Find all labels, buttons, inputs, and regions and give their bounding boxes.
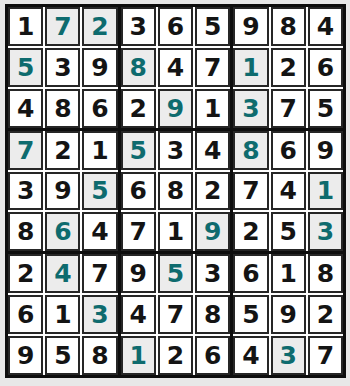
cell-r7c3[interactable]: 7 [82, 254, 117, 293]
cell-r1c6[interactable]: 5 [195, 7, 230, 46]
cell-r6c9[interactable]: 3 [308, 212, 343, 251]
cell-r4c1[interactable]: 7 [8, 131, 43, 170]
cell-r1c3[interactable]: 2 [82, 7, 117, 46]
cell-r3c1[interactable]: 4 [8, 89, 43, 128]
cell-r8c5[interactable]: 7 [158, 295, 193, 334]
cell-r5c4[interactable]: 6 [121, 172, 156, 211]
box-r1c3: 984126375 [233, 7, 343, 128]
cell-r6c1[interactable]: 8 [8, 212, 43, 251]
cell-r1c2[interactable]: 7 [45, 7, 80, 46]
cell-r2c7[interactable]: 1 [233, 48, 268, 87]
cell-r5c5[interactable]: 8 [158, 172, 193, 211]
cell-r7c8[interactable]: 1 [271, 254, 306, 293]
cell-r4c7[interactable]: 8 [233, 131, 268, 170]
cell-r6c8[interactable]: 5 [271, 212, 306, 251]
cell-r5c9[interactable]: 1 [308, 172, 343, 211]
cell-r7c4[interactable]: 9 [121, 254, 156, 293]
cell-r4c5[interactable]: 3 [158, 131, 193, 170]
cell-r3c5[interactable]: 9 [158, 89, 193, 128]
page: 1725394863658472919841263757213958645346… [0, 0, 350, 386]
box-r2c1: 721395864 [8, 131, 118, 252]
cell-r2c8[interactable]: 2 [271, 48, 306, 87]
cell-r8c8[interactable]: 9 [271, 295, 306, 334]
cell-r1c4[interactable]: 3 [121, 7, 156, 46]
box-r1c2: 365847291 [121, 7, 231, 128]
cell-r8c4[interactable]: 4 [121, 295, 156, 334]
cell-r9c3[interactable]: 8 [82, 336, 117, 375]
cell-r6c2[interactable]: 6 [45, 212, 80, 251]
cell-r3c4[interactable]: 2 [121, 89, 156, 128]
cell-r2c9[interactable]: 6 [308, 48, 343, 87]
cell-r9c6[interactable]: 6 [195, 336, 230, 375]
cell-r9c5[interactable]: 2 [158, 336, 193, 375]
cell-r9c4[interactable]: 1 [121, 336, 156, 375]
cell-r7c5[interactable]: 5 [158, 254, 193, 293]
sudoku-board: 1725394863658472919841263757213958645346… [5, 4, 346, 378]
cell-r6c6[interactable]: 9 [195, 212, 230, 251]
cell-r7c1[interactable]: 2 [8, 254, 43, 293]
cell-r2c4[interactable]: 8 [121, 48, 156, 87]
cell-r4c8[interactable]: 6 [271, 131, 306, 170]
cell-r7c6[interactable]: 3 [195, 254, 230, 293]
cell-r5c8[interactable]: 4 [271, 172, 306, 211]
cell-r3c3[interactable]: 6 [82, 89, 117, 128]
cell-r1c5[interactable]: 6 [158, 7, 193, 46]
cell-r9c8[interactable]: 3 [271, 336, 306, 375]
cell-r3c9[interactable]: 5 [308, 89, 343, 128]
cell-r4c9[interactable]: 9 [308, 131, 343, 170]
cell-r6c4[interactable]: 7 [121, 212, 156, 251]
box-r3c3: 618592437 [233, 254, 343, 375]
cell-r4c2[interactable]: 2 [45, 131, 80, 170]
cell-r2c2[interactable]: 3 [45, 48, 80, 87]
cell-r3c2[interactable]: 8 [45, 89, 80, 128]
box-r3c2: 953478126 [121, 254, 231, 375]
cell-r8c1[interactable]: 6 [8, 295, 43, 334]
cell-r1c9[interactable]: 4 [308, 7, 343, 46]
cell-r2c5[interactable]: 4 [158, 48, 193, 87]
cell-r1c7[interactable]: 9 [233, 7, 268, 46]
cell-r5c6[interactable]: 2 [195, 172, 230, 211]
box-r1c1: 172539486 [8, 7, 118, 128]
cell-r4c3[interactable]: 1 [82, 131, 117, 170]
cell-r2c6[interactable]: 7 [195, 48, 230, 87]
cell-r7c7[interactable]: 6 [233, 254, 268, 293]
cell-r3c8[interactable]: 7 [271, 89, 306, 128]
cell-r9c2[interactable]: 5 [45, 336, 80, 375]
cell-r5c7[interactable]: 7 [233, 172, 268, 211]
cell-r9c9[interactable]: 7 [308, 336, 343, 375]
cell-r6c7[interactable]: 2 [233, 212, 268, 251]
cell-r5c2[interactable]: 9 [45, 172, 80, 211]
cell-r1c8[interactable]: 8 [271, 7, 306, 46]
cell-r3c7[interactable]: 3 [233, 89, 268, 128]
cell-r7c2[interactable]: 4 [45, 254, 80, 293]
cell-r1c1[interactable]: 1 [8, 7, 43, 46]
box-r2c3: 869741253 [233, 131, 343, 252]
cell-r3c6[interactable]: 1 [195, 89, 230, 128]
cell-r8c6[interactable]: 8 [195, 295, 230, 334]
cell-r5c1[interactable]: 3 [8, 172, 43, 211]
cell-r8c2[interactable]: 1 [45, 295, 80, 334]
cell-r8c3[interactable]: 3 [82, 295, 117, 334]
cell-r4c6[interactable]: 4 [195, 131, 230, 170]
box-r3c1: 247613958 [8, 254, 118, 375]
cell-r2c1[interactable]: 5 [8, 48, 43, 87]
cell-r5c3[interactable]: 5 [82, 172, 117, 211]
cell-r6c3[interactable]: 4 [82, 212, 117, 251]
cell-r4c4[interactable]: 5 [121, 131, 156, 170]
cell-r9c1[interactable]: 9 [8, 336, 43, 375]
cell-r9c7[interactable]: 4 [233, 336, 268, 375]
cell-r8c7[interactable]: 5 [233, 295, 268, 334]
cell-r7c9[interactable]: 8 [308, 254, 343, 293]
box-r2c2: 534682719 [121, 131, 231, 252]
cell-r6c5[interactable]: 1 [158, 212, 193, 251]
cell-r8c9[interactable]: 2 [308, 295, 343, 334]
cell-r2c3[interactable]: 9 [82, 48, 117, 87]
